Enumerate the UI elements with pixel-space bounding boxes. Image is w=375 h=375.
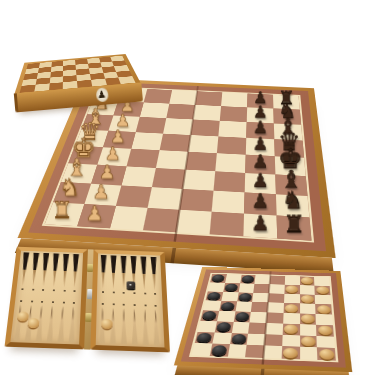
point-tip-dot: [102, 291, 104, 293]
checkers-square: [264, 334, 282, 346]
point-tip-dot: [42, 289, 44, 291]
checker-light: [285, 304, 298, 313]
checkers-square: [316, 325, 334, 337]
point-tip-dot: [123, 304, 125, 306]
checkers-board-margin: [181, 269, 346, 367]
square-h3: [110, 206, 148, 230]
square-d6: [217, 136, 246, 154]
point-tip-dot: [22, 288, 24, 290]
box-clasp-emblem: ♟: [95, 87, 108, 102]
checkers-square: [195, 332, 215, 344]
backgammon-point-top: [140, 256, 148, 290]
clasp-chess-piece-icon: ♟: [97, 90, 107, 101]
point-tip-dot: [154, 293, 156, 295]
backgammon-point-top: [61, 254, 70, 288]
backgammon-point-bottom: [141, 309, 149, 345]
point-tip-dot: [155, 305, 157, 307]
checkers-square: [263, 346, 282, 359]
checkers-square: [300, 303, 316, 314]
checkers-square: [217, 311, 235, 322]
checkers-square: [300, 294, 316, 304]
checker-light: [286, 285, 299, 293]
square-h5: [176, 210, 211, 235]
square-f5: [183, 170, 216, 191]
checkers-square: [281, 346, 299, 359]
square-c4: [163, 118, 193, 135]
point-tip-dot: [31, 301, 33, 303]
checkers-square: [299, 335, 317, 347]
checkers-square: [203, 300, 221, 310]
checkers-square: [300, 324, 317, 336]
checkers-square: [192, 343, 212, 356]
square-a4: [169, 90, 197, 105]
checkers-square: [233, 311, 251, 322]
chess-squares: ♜♟♟♜♞♟♟♞♝♟♟♝♛♟♟♛♚♟♟♚♝♟♟♝♞♟♟♞♜♟♟♜: [42, 86, 314, 243]
checkers-square: [315, 304, 332, 315]
checker-light: [284, 324, 298, 334]
checker-black: [196, 333, 212, 343]
backgammon-point-top: [50, 253, 59, 287]
backgammon-point-top: [19, 252, 30, 286]
checkers-square: [300, 276, 315, 285]
square-g5: [180, 189, 214, 212]
checker-light: [319, 349, 334, 360]
chess-piece-white-g2: ♟: [92, 183, 109, 202]
chess-piece-black-h8: ♜: [283, 212, 305, 236]
point-tip-dot: [144, 305, 146, 307]
checker-black: [238, 293, 252, 301]
backgammon-point-top: [40, 253, 50, 287]
backgammon-left-half: [5, 247, 88, 350]
backgammon-point-bottom: [13, 304, 24, 340]
point-tip-dot: [113, 292, 115, 294]
square-e4: [156, 150, 188, 169]
checkers-square: [282, 323, 299, 335]
chess-piece-black-h7: ♟: [251, 214, 269, 234]
checker-black: [225, 284, 239, 292]
point-tip-dot: [32, 289, 34, 291]
checker-black: [235, 312, 250, 321]
chess-piece-black-f7: ♟: [252, 172, 269, 191]
checkers-square: [282, 334, 300, 346]
checkers-square: [221, 292, 238, 302]
point-tip-dot: [62, 302, 64, 304]
checkers-square: [219, 301, 237, 311]
checker-light: [301, 336, 316, 346]
point-tip-dot: [74, 290, 76, 292]
chess-piece-white-h2: ♟: [86, 204, 104, 224]
square-g4: [148, 187, 183, 210]
point-tip-dot: [52, 301, 54, 303]
checkers-square: [235, 301, 252, 311]
checkers-square: [300, 285, 315, 294]
checkers-square: [283, 313, 300, 324]
checker-black: [202, 311, 217, 320]
backgammon-point-bottom: [131, 308, 139, 344]
square-c5: [191, 119, 220, 136]
checkers-square: [267, 302, 284, 312]
square-b3: [140, 102, 170, 118]
square-a6: [221, 92, 248, 107]
point-tip-dot: [41, 301, 43, 303]
checkers-square: [223, 283, 240, 292]
backgammon-point-top: [71, 254, 80, 288]
chess-piece-black-e7: ♟: [252, 153, 268, 171]
checkers-square: [283, 303, 299, 313]
product-photo: ♜♟♟♜♞♟♟♞♝♟♟♝♛♟♟♛♚♟♟♚♝♟♟♝♞♟♟♞♜♟♟♜ ♟: [0, 0, 375, 375]
backgammon-die: [127, 281, 136, 289]
checkers-square: [252, 293, 268, 303]
backgammon-point-bottom: [120, 308, 128, 344]
point-tip-dot: [123, 292, 125, 294]
backgammon-point-bottom: [152, 309, 161, 345]
backgammon-point-top: [150, 257, 158, 291]
checkers-square: [229, 333, 248, 345]
checker-light: [301, 314, 315, 323]
checker-black: [221, 302, 236, 311]
point-tip-dot: [102, 303, 104, 305]
point-tip-dot: [20, 300, 22, 302]
checkers-square: [212, 332, 231, 344]
checkers-square: [269, 284, 285, 293]
backgammon-point-bottom: [57, 306, 67, 342]
chess-piece-white-f2: ♟: [99, 163, 116, 182]
point-tip-dot: [73, 302, 75, 304]
checkers-square: [300, 313, 317, 324]
square-g6: [212, 191, 245, 214]
point-tip-dot: [134, 304, 136, 306]
square-h6: [210, 212, 244, 237]
checker-black: [216, 322, 231, 332]
checkers-square: [231, 322, 249, 334]
checkers-board-frame: [174, 267, 352, 372]
checker-light: [301, 295, 314, 303]
checkers-square: [317, 347, 336, 360]
point-tip-dot: [63, 290, 65, 292]
closed-box: ♟: [1, 0, 148, 76]
chess-piece-white-h1: ♜: [52, 198, 73, 222]
backgammon-point-bottom: [68, 306, 77, 342]
checkers-square: [317, 336, 335, 348]
checker-light: [318, 326, 333, 336]
checker-black: [231, 334, 247, 344]
backgammon-checker-light: [17, 311, 29, 321]
square-h7: ♟: [243, 214, 277, 239]
checkers-board-open: [176, 242, 360, 354]
point-tip-dot: [133, 292, 135, 294]
square-a3: [144, 89, 172, 104]
checkers-square: [214, 321, 233, 333]
backgammon-point-top: [99, 255, 107, 289]
square-f6: [214, 171, 246, 192]
backgammon-board-open: [8, 233, 174, 365]
checkers-square: [227, 344, 247, 357]
square-d4: [160, 134, 191, 152]
checkers-square: [251, 302, 268, 312]
checkers-square: [315, 294, 331, 304]
checkers-square: [299, 347, 317, 360]
checkers-square: [237, 292, 254, 302]
square-f4: [152, 168, 186, 189]
square-e6: [215, 153, 246, 173]
checkers-square: [316, 314, 333, 325]
checkers-square: [268, 293, 284, 303]
square-b6: [220, 106, 247, 122]
checker-light: [317, 305, 331, 314]
checkers-square: [315, 285, 331, 295]
checkers-board-3d: [174, 267, 352, 372]
chess-piece-black-g7: ♟: [251, 192, 269, 212]
backgammon-checker-light: [27, 318, 39, 328]
checkers-square: [238, 283, 254, 292]
point-tip-dot: [53, 289, 55, 291]
square-e3: [127, 149, 160, 168]
square-a5: [195, 91, 222, 106]
backgammon-point-top: [30, 253, 40, 287]
square-h8: ♜: [277, 215, 312, 240]
checkers-square: [284, 294, 300, 304]
backgammon-box: [5, 247, 170, 353]
square-b4: [166, 104, 195, 120]
checker-light: [301, 277, 313, 284]
backgammon-point-top: [110, 255, 117, 289]
square-c6: [218, 121, 246, 138]
square-f3: [121, 166, 155, 187]
square-d3: [131, 132, 163, 150]
checker-light: [316, 286, 329, 294]
point-tip-dot: [113, 303, 115, 305]
backgammon-checker-light: [101, 319, 112, 329]
checkers-square: [265, 323, 283, 335]
checkers-square: [254, 284, 270, 293]
checker-light: [283, 347, 298, 358]
backgammon-right-half: [90, 249, 170, 352]
backgammon-point-bottom: [46, 306, 56, 342]
checkers-square: [209, 344, 229, 357]
checker-black: [212, 275, 226, 282]
square-d5: [188, 135, 218, 153]
square-b5: [193, 105, 221, 121]
checker-black: [207, 292, 221, 300]
point-tip-dot: [144, 293, 146, 295]
square-c3: [136, 117, 167, 134]
checker-black: [211, 345, 227, 356]
square-g3: [116, 185, 152, 207]
checker-black: [241, 275, 254, 282]
square-h4: [143, 208, 180, 232]
square-e5: [185, 152, 216, 172]
checkers-square: [284, 285, 299, 294]
checkers-square: [200, 310, 219, 321]
checkers-square: [198, 321, 217, 333]
checkers-square: [266, 312, 283, 323]
